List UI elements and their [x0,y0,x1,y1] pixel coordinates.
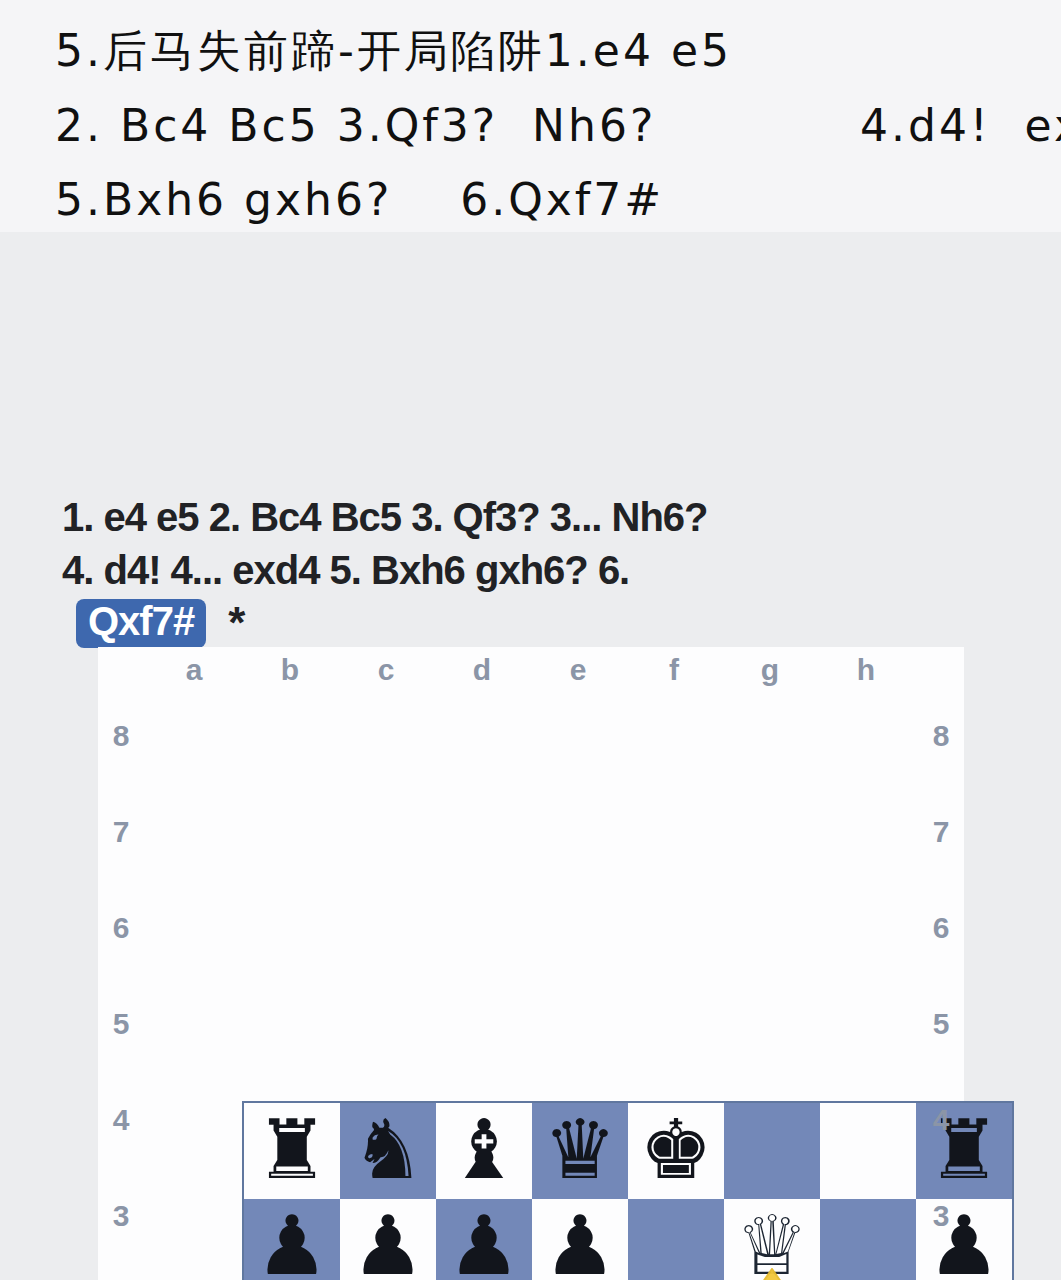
square-b8[interactable]: ♞ [340,1103,436,1199]
square-e7[interactable] [628,1199,724,1280]
square-c7[interactable]: ♟ [436,1199,532,1280]
black-queen: ♛ [532,1103,628,1199]
rank-label-left-6: 6 [98,880,144,976]
rank-label-left-7: 7 [98,784,144,880]
white-queen: ♛♕ [724,1199,820,1280]
moves-line-2[interactable]: 4. d4! 4... exd4 5. Bxh6 gxh6? 6. [62,548,629,593]
square-a7[interactable]: ♟ [244,1199,340,1280]
file-label-top-b: b [242,653,338,687]
board-frame: ♜♞♝♛♚♜♟♟♟♟♛♕♟♟♝♝♗♟♟♙♟♙♟♙♟♙♟♙♟♙♟♙♜♖♞♘♚♔♞♘… [242,1101,1014,1280]
chessboard: ♜♞♝♛♚♜♟♟♟♟♛♕♟♟♝♝♗♟♟♙♟♙♟♙♟♙♟♙♟♙♟♙♜♖♞♘♚♔♞♘… [244,1103,1012,1280]
square-g8[interactable] [820,1103,916,1199]
rank-label-right-6: 6 [918,880,964,976]
file-label-top-c: c [338,653,434,687]
page: 5.后马失前蹄-开局陷阱1.e4 e5 2. Bc4 Bc5 3.Qf3? Nh… [0,0,1061,1280]
handwritten-line-1: 5.后马失前蹄-开局陷阱1.e4 e5 [55,22,732,81]
square-d8[interactable]: ♛ [532,1103,628,1199]
chessboard-panel: ♜♞♝♛♚♜♟♟♟♟♛♕♟♟♝♝♗♟♟♙♟♙♟♙♟♙♟♙♟♙♟♙♜♖♞♘♚♔♞♘… [98,647,964,1280]
square-f8[interactable] [724,1103,820,1199]
square-a8[interactable]: ♜ [244,1103,340,1199]
black-king: ♚ [628,1103,724,1199]
rank-label-right-3: 3 [918,1168,964,1264]
file-label-top-g: g [722,653,818,687]
move-notation-box: 1. e4 e5 2. Bc4 Bc5 3. Qf3? 3... Nh6? 4.… [0,232,1061,1280]
result-marker: * [228,598,244,648]
rank-label-right-4: 4 [918,1072,964,1168]
rank-label-left-2: 2 [98,1264,144,1280]
square-c8[interactable]: ♝ [436,1103,532,1199]
black-bishop: ♝ [436,1103,532,1199]
black-rook: ♜ [244,1103,340,1199]
handwritten-notes: 5.后马失前蹄-开局陷阱1.e4 e5 2. Bc4 Bc5 3.Qf3? Nh… [0,0,1061,232]
square-e8[interactable]: ♚ [628,1103,724,1199]
file-label-top-h: h [818,653,914,687]
black-knight: ♞ [340,1103,436,1199]
moves-line-3: Qxf7# * [76,598,244,648]
file-label-top-e: e [530,653,626,687]
square-f7[interactable]: ♛♕ [724,1199,820,1280]
square-g7[interactable] [820,1199,916,1280]
file-label-top-d: d [434,653,530,687]
file-label-top-a: a [146,653,242,687]
black-pawn: ♟ [532,1199,628,1280]
handwritten-line-2: 2. Bc4 Bc5 3.Qf3? Nh6? 4.d4! exd4 [55,100,1061,151]
square-b7[interactable]: ♟ [340,1199,436,1280]
handwritten-line-3: 5.Bxh6 gxh6? 6.Qxf7# [55,174,664,225]
rank-label-right-8: 8 [918,688,964,784]
rank-label-left-4: 4 [98,1072,144,1168]
black-pawn: ♟ [436,1199,532,1280]
rank-label-right-2: 2 [918,1264,964,1280]
file-label-top-f: f [626,653,722,687]
black-pawn: ♟ [340,1199,436,1280]
rank-label-right-5: 5 [918,976,964,1072]
moves-line-1[interactable]: 1. e4 e5 2. Bc4 Bc5 3. Qf3? 3... Nh6? [62,495,708,540]
highlighted-move-chip[interactable]: Qxf7# [76,599,206,648]
rank-label-right-7: 7 [918,784,964,880]
rank-label-left-8: 8 [98,688,144,784]
black-pawn: ♟ [244,1199,340,1280]
rank-label-left-5: 5 [98,976,144,1072]
square-d7[interactable]: ♟ [532,1199,628,1280]
rank-label-left-3: 3 [98,1168,144,1264]
